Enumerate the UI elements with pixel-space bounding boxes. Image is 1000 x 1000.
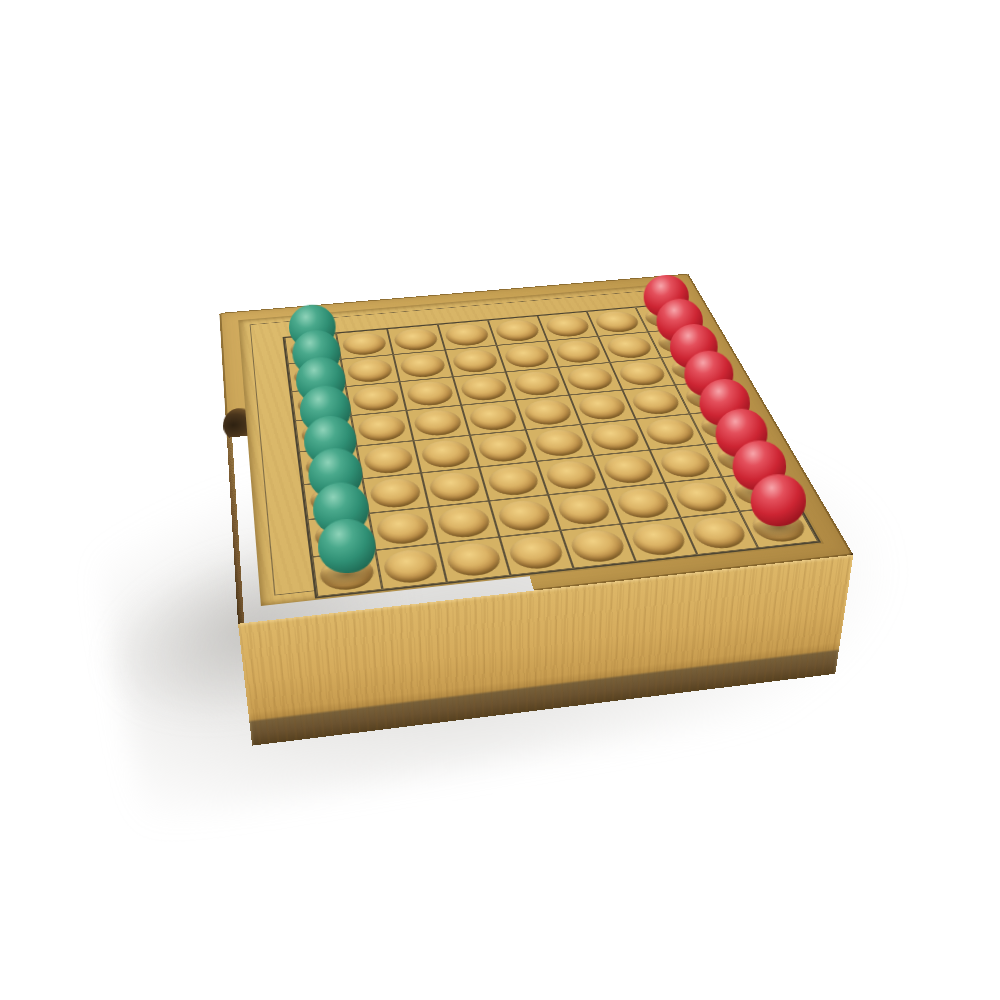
board-cell[interactable] bbox=[665, 477, 740, 518]
cup-depression bbox=[392, 327, 440, 352]
cup-depression bbox=[600, 453, 658, 485]
cup-depression bbox=[671, 480, 732, 513]
cup-depression bbox=[627, 521, 690, 557]
board-cell[interactable] bbox=[312, 550, 382, 597]
cup-depression bbox=[604, 335, 656, 360]
cup-depression bbox=[493, 318, 542, 342]
cup-depression bbox=[687, 515, 751, 551]
board-cell[interactable] bbox=[569, 390, 635, 424]
cup-depression bbox=[435, 505, 493, 540]
cup-depression bbox=[341, 332, 388, 357]
cup-depression bbox=[616, 361, 670, 387]
cup-depression bbox=[485, 465, 542, 498]
cup-depression bbox=[427, 471, 483, 504]
board-cell[interactable] bbox=[375, 544, 447, 590]
board-cell[interactable] bbox=[421, 467, 489, 507]
cup-depression bbox=[467, 403, 520, 432]
cup-depression bbox=[575, 393, 630, 421]
cup-depression bbox=[412, 408, 464, 437]
board-cell[interactable] bbox=[438, 537, 511, 582]
cup-depression bbox=[444, 541, 504, 578]
board-cell[interactable] bbox=[406, 405, 470, 441]
board-cell[interactable] bbox=[636, 414, 706, 450]
photo-background bbox=[0, 0, 1000, 1000]
green-marble[interactable] bbox=[318, 519, 375, 573]
cup-depression bbox=[628, 388, 683, 416]
cup-depression bbox=[543, 314, 593, 338]
cup-depression bbox=[495, 498, 554, 533]
cup-depression bbox=[613, 486, 674, 520]
cup-depression bbox=[351, 385, 401, 413]
cup-depression bbox=[564, 365, 617, 392]
red-marble[interactable] bbox=[751, 474, 806, 526]
cup-depression bbox=[375, 511, 432, 546]
cup-depression bbox=[368, 476, 423, 509]
cup-depression bbox=[356, 413, 407, 442]
cup-depression bbox=[555, 492, 615, 526]
cup-depression bbox=[511, 370, 563, 397]
board-grid bbox=[283, 302, 822, 598]
cup-depression bbox=[656, 448, 715, 479]
board-cell[interactable] bbox=[593, 450, 664, 489]
board-cell[interactable] bbox=[537, 456, 607, 495]
cup-depression bbox=[382, 548, 441, 586]
cup-depression bbox=[506, 534, 567, 571]
board-cell[interactable] bbox=[622, 385, 689, 419]
game-box bbox=[219, 274, 853, 624]
cup-depression bbox=[443, 323, 491, 347]
cup-depression bbox=[450, 348, 500, 374]
cup-depression bbox=[567, 528, 629, 564]
board-cell[interactable] bbox=[739, 505, 818, 548]
cup-depression bbox=[553, 339, 604, 364]
cup-depression bbox=[458, 375, 509, 402]
board-tray bbox=[238, 283, 824, 606]
